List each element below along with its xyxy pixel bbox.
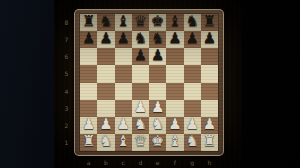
piece-black-knight[interactable]: ♞ — [99, 14, 112, 29]
square-a4[interactable] — [80, 83, 97, 100]
chess-board: ♜♞♝♛♚♝♞♜♟♟♟♞♞♟♟♟♟♟♟♟♟♟♟♞♞♟♟♟♜♞♝♛♚♝♞♜ — [80, 14, 218, 151]
square-e6[interactable]: ♟ — [149, 48, 166, 65]
piece-white-rook[interactable]: ♜ — [203, 134, 216, 149]
square-h5[interactable] — [201, 65, 218, 82]
file-label-e: e — [149, 157, 166, 167]
square-d5[interactable] — [132, 65, 149, 82]
file-label-a: a — [80, 157, 97, 167]
rank-label-5: 5 — [60, 65, 73, 82]
piece-white-pawn[interactable]: ♟ — [168, 117, 181, 132]
square-b7[interactable]: ♟ — [97, 31, 114, 48]
piece-black-pawn[interactable]: ♟ — [82, 31, 95, 46]
square-h7[interactable]: ♟ — [201, 31, 218, 48]
piece-black-knight[interactable]: ♞ — [151, 31, 164, 46]
square-f5[interactable] — [166, 65, 183, 82]
piece-white-knight[interactable]: ♞ — [134, 117, 147, 132]
file-label-f: f — [166, 157, 183, 167]
piece-white-pawn[interactable]: ♟ — [134, 100, 147, 115]
piece-white-pawn[interactable]: ♟ — [116, 117, 129, 132]
square-c6[interactable] — [115, 48, 132, 65]
piece-black-rook[interactable]: ♜ — [82, 14, 95, 29]
app-background: ♜♞♝♛♚♝♞♜♟♟♟♞♞♟♟♟♟♟♟♟♟♟♟♞♞♟♟♟♜♞♝♛♚♝♞♜ 876… — [0, 0, 300, 168]
square-d6[interactable]: ♟ — [132, 48, 149, 65]
square-f6[interactable] — [166, 48, 183, 65]
piece-black-king[interactable]: ♚ — [151, 14, 164, 29]
square-e1[interactable]: ♚ — [149, 134, 166, 151]
piece-black-queen[interactable]: ♛ — [134, 14, 147, 29]
square-e5[interactable] — [149, 65, 166, 82]
square-c1[interactable]: ♝ — [115, 134, 132, 151]
piece-white-pawn[interactable]: ♟ — [99, 117, 112, 132]
piece-white-knight[interactable]: ♞ — [185, 134, 198, 149]
piece-white-pawn[interactable]: ♟ — [203, 117, 216, 132]
square-d1[interactable]: ♛ — [132, 134, 149, 151]
square-b1[interactable]: ♞ — [97, 134, 114, 151]
file-label-c: c — [115, 157, 132, 167]
piece-black-pawn[interactable]: ♟ — [203, 31, 216, 46]
rank-label-3: 3 — [60, 100, 73, 117]
square-a1[interactable]: ♜ — [80, 134, 97, 151]
square-c5[interactable] — [115, 65, 132, 82]
piece-white-queen[interactable]: ♛ — [134, 134, 147, 149]
rank-label-6: 6 — [60, 48, 73, 65]
piece-black-rook[interactable]: ♜ — [203, 14, 216, 29]
piece-white-pawn[interactable]: ♟ — [185, 117, 198, 132]
square-a6[interactable] — [80, 48, 97, 65]
square-g5[interactable] — [184, 65, 201, 82]
piece-white-pawn[interactable]: ♟ — [151, 100, 164, 115]
square-g6[interactable] — [184, 48, 201, 65]
piece-black-bishop[interactable]: ♝ — [168, 14, 181, 29]
piece-black-pawn[interactable]: ♟ — [99, 31, 112, 46]
square-h6[interactable] — [201, 48, 218, 65]
piece-black-knight[interactable]: ♞ — [134, 31, 147, 46]
file-label-h: h — [201, 157, 218, 167]
piece-white-bishop[interactable]: ♝ — [116, 134, 129, 149]
rank-label-8: 8 — [60, 14, 73, 31]
piece-white-bishop[interactable]: ♝ — [168, 134, 181, 149]
file-label-b: b — [97, 157, 114, 167]
square-h4[interactable] — [201, 83, 218, 100]
rank-labels: 87654321 — [60, 14, 73, 151]
square-f1[interactable]: ♝ — [166, 134, 183, 151]
square-g1[interactable]: ♞ — [184, 134, 201, 151]
square-b6[interactable] — [97, 48, 114, 65]
square-a5[interactable] — [80, 65, 97, 82]
file-labels: abcdefgh — [80, 157, 218, 167]
piece-black-knight[interactable]: ♞ — [185, 14, 198, 29]
square-h1[interactable]: ♜ — [201, 134, 218, 151]
square-g4[interactable] — [184, 83, 201, 100]
square-c7[interactable]: ♟ — [115, 31, 132, 48]
square-g7[interactable]: ♟ — [184, 31, 201, 48]
square-f4[interactable] — [166, 83, 183, 100]
piece-white-pawn[interactable]: ♟ — [82, 117, 95, 132]
file-label-d: d — [132, 157, 149, 167]
piece-white-rook[interactable]: ♜ — [82, 134, 95, 149]
piece-black-pawn[interactable]: ♟ — [185, 31, 198, 46]
file-label-g: g — [184, 157, 201, 167]
piece-white-knight[interactable]: ♞ — [151, 117, 164, 132]
piece-black-pawn[interactable]: ♟ — [168, 31, 181, 46]
rank-label-2: 2 — [60, 117, 73, 134]
piece-black-bishop[interactable]: ♝ — [116, 14, 129, 29]
rank-label-7: 7 — [60, 31, 73, 48]
piece-white-king[interactable]: ♚ — [151, 134, 164, 149]
square-b5[interactable] — [97, 65, 114, 82]
square-a7[interactable]: ♟ — [80, 31, 97, 48]
piece-black-pawn[interactable]: ♟ — [151, 48, 164, 63]
square-b4[interactable] — [97, 83, 114, 100]
rank-label-1: 1 — [60, 134, 73, 151]
piece-white-knight[interactable]: ♞ — [99, 134, 112, 149]
piece-black-pawn[interactable]: ♟ — [134, 48, 147, 63]
square-c4[interactable] — [115, 83, 132, 100]
square-f7[interactable]: ♟ — [166, 31, 183, 48]
rank-label-4: 4 — [60, 83, 73, 100]
piece-black-pawn[interactable]: ♟ — [116, 31, 129, 46]
